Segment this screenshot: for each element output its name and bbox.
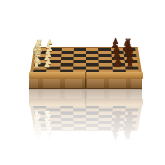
- white-pawn: ♟: [43, 110, 51, 119]
- square: [73, 115, 86, 118]
- square: [60, 124, 73, 127]
- board-box-front: [29, 90, 142, 100]
- square: [98, 127, 111, 130]
- square: [61, 127, 74, 130]
- fold-seam: [85, 91, 87, 100]
- black-pawn: ♟: [113, 59, 122, 69]
- black-pawn: ♟: [113, 110, 122, 120]
- square: [98, 118, 111, 121]
- square: [98, 108, 111, 111]
- square: [73, 124, 86, 127]
- black-rook: ♜: [126, 60, 135, 70]
- square: [86, 124, 99, 127]
- square: [60, 112, 73, 115]
- chess-set-scene: ♜♞♝♛♚♝♞♜♟♟♟♟♟♟♟♟♜♞♝♛♚♝♞♜♟♟♟♟♟♟♟♟: [0, 89, 165, 165]
- square: [73, 121, 86, 124]
- board-front-rail: [29, 100, 143, 107]
- square: [86, 127, 98, 130]
- fold-seam: [85, 100, 87, 107]
- square: [86, 112, 99, 115]
- square: [72, 108, 85, 111]
- square: [59, 108, 72, 111]
- square: [98, 121, 111, 124]
- board-box-front: [29, 79, 142, 89]
- chess-set-photo: ♜♞♝♛♚♝♞♜♟♟♟♟♟♟♟♟♜♞♝♛♚♝♞♜♟♟♟♟♟♟♟♟ ♜♞♝♛♚♝♞…: [0, 0, 165, 165]
- white-rook: ♜: [33, 109, 41, 118]
- fold-seam: [85, 79, 87, 88]
- white-rook: ♜: [33, 61, 41, 70]
- square: [98, 112, 111, 115]
- square: [86, 118, 99, 121]
- square: [98, 124, 111, 127]
- square: [98, 115, 111, 118]
- square: [86, 115, 99, 118]
- square: [60, 115, 73, 118]
- black-rook: ♜: [126, 109, 135, 119]
- square: [86, 121, 99, 124]
- square: [73, 118, 86, 121]
- white-pawn: ♟: [43, 60, 51, 69]
- square: [86, 108, 99, 111]
- square: [73, 112, 86, 115]
- chess-set-scene: ♜♞♝♛♚♝♞♜♟♟♟♟♟♟♟♟♜♞♝♛♚♝♞♜♟♟♟♟♟♟♟♟: [0, 0, 165, 89]
- square: [73, 127, 85, 130]
- square: [60, 118, 73, 121]
- square: [60, 121, 73, 124]
- board-reflection: ♜♞♝♛♚♝♞♜♟♟♟♟♟♟♟♟♜♞♝♛♚♝♞♜♟♟♟♟♟♟♟♟: [0, 89, 165, 165]
